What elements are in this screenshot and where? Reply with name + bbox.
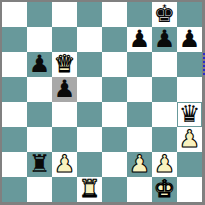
piece-white-pawn[interactable]: ♟	[179, 127, 201, 152]
square-g7[interactable]: ♟	[152, 27, 177, 52]
square-d2[interactable]	[77, 152, 102, 177]
square-h1[interactable]	[177, 177, 202, 202]
square-e3[interactable]	[102, 127, 127, 152]
chess-board: ♚♟♟♟♟♛♟♛♟♜♟♟♟♜♚	[2, 2, 202, 202]
square-g8[interactable]: ♚	[152, 2, 177, 27]
piece-black-pawn[interactable]: ♟	[129, 27, 151, 52]
square-c7[interactable]	[52, 27, 77, 52]
square-b8[interactable]	[27, 2, 52, 27]
square-a8[interactable]	[2, 2, 27, 27]
square-e5[interactable]	[102, 77, 127, 102]
square-d1[interactable]: ♜	[77, 177, 102, 202]
square-e1[interactable]	[102, 177, 127, 202]
square-a6[interactable]	[2, 52, 27, 77]
piece-white-king[interactable]: ♚	[154, 177, 176, 202]
square-f2[interactable]: ♟	[127, 152, 152, 177]
square-d5[interactable]	[77, 77, 102, 102]
square-d7[interactable]	[77, 27, 102, 52]
piece-white-pawn[interactable]: ♟	[154, 152, 176, 177]
square-g6[interactable]	[152, 52, 177, 77]
square-e8[interactable]	[102, 2, 127, 27]
square-h8[interactable]	[177, 2, 202, 27]
square-a5[interactable]	[2, 77, 27, 102]
piece-white-pawn[interactable]: ♟	[54, 152, 76, 177]
square-c1[interactable]	[52, 177, 77, 202]
square-b4[interactable]	[27, 102, 52, 127]
square-f3[interactable]	[127, 127, 152, 152]
square-a7[interactable]	[2, 27, 27, 52]
square-e4[interactable]	[102, 102, 127, 127]
square-h6[interactable]	[177, 52, 202, 77]
square-a4[interactable]	[2, 102, 27, 127]
square-g2[interactable]: ♟	[152, 152, 177, 177]
square-h7[interactable]: ♟	[177, 27, 202, 52]
piece-black-pawn[interactable]: ♟	[154, 27, 176, 52]
square-h4[interactable]: ♛	[177, 102, 202, 127]
square-c4[interactable]	[52, 102, 77, 127]
square-c2[interactable]: ♟	[52, 152, 77, 177]
square-f5[interactable]	[127, 77, 152, 102]
square-c6[interactable]: ♛	[52, 52, 77, 77]
square-g3[interactable]	[152, 127, 177, 152]
square-a2[interactable]	[2, 152, 27, 177]
square-g5[interactable]	[152, 77, 177, 102]
piece-white-rook[interactable]: ♜	[79, 177, 101, 202]
piece-white-queen[interactable]: ♛	[54, 52, 76, 77]
piece-black-pawn[interactable]: ♟	[179, 27, 201, 52]
square-f8[interactable]	[127, 2, 152, 27]
square-b6[interactable]: ♟	[27, 52, 52, 77]
piece-black-queen[interactable]: ♛	[179, 102, 201, 127]
square-f1[interactable]	[127, 177, 152, 202]
piece-black-rook[interactable]: ♜	[29, 152, 51, 177]
piece-black-king[interactable]: ♚	[154, 2, 176, 27]
square-b1[interactable]	[27, 177, 52, 202]
square-e6[interactable]	[102, 52, 127, 77]
square-b2[interactable]: ♜	[27, 152, 52, 177]
square-d6[interactable]	[77, 52, 102, 77]
piece-black-pawn[interactable]: ♟	[29, 52, 51, 77]
square-d4[interactable]	[77, 102, 102, 127]
square-a3[interactable]	[2, 127, 27, 152]
square-g1[interactable]: ♚	[152, 177, 177, 202]
square-b7[interactable]	[27, 27, 52, 52]
square-d3[interactable]	[77, 127, 102, 152]
square-h2[interactable]	[177, 152, 202, 177]
square-f4[interactable]	[127, 102, 152, 127]
square-f7[interactable]: ♟	[127, 27, 152, 52]
square-a1[interactable]	[2, 177, 27, 202]
square-h3[interactable]: ♟	[177, 127, 202, 152]
square-c8[interactable]	[52, 2, 77, 27]
board-frame: ♚♟♟♟♟♛♟♛♟♜♟♟♟♜♚	[0, 0, 205, 205]
square-c3[interactable]	[52, 127, 77, 152]
square-e2[interactable]	[102, 152, 127, 177]
square-e7[interactable]	[102, 27, 127, 52]
square-g4[interactable]	[152, 102, 177, 127]
piece-white-pawn[interactable]: ♟	[129, 152, 151, 177]
square-c5[interactable]: ♟	[52, 77, 77, 102]
square-d8[interactable]	[77, 2, 102, 27]
square-h5[interactable]	[177, 77, 202, 102]
square-f6[interactable]	[127, 52, 152, 77]
square-b3[interactable]	[27, 127, 52, 152]
square-b5[interactable]	[27, 77, 52, 102]
focus-dashes-artifact	[203, 53, 205, 77]
piece-black-pawn[interactable]: ♟	[54, 77, 76, 102]
